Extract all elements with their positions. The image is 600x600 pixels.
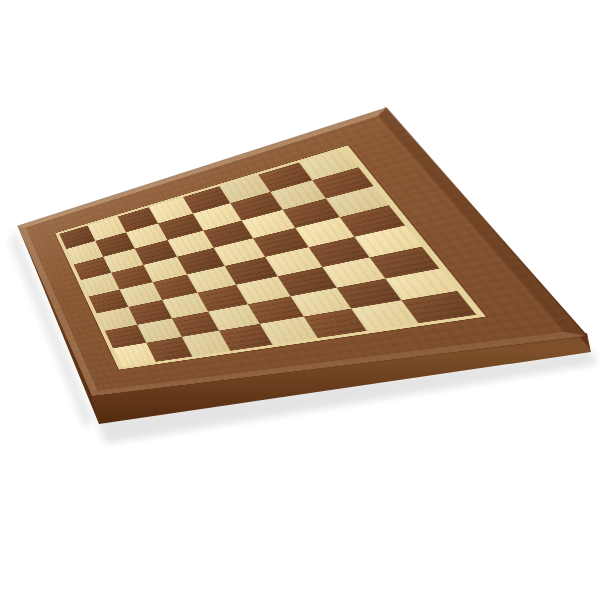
product-photo-scene bbox=[0, 0, 600, 600]
